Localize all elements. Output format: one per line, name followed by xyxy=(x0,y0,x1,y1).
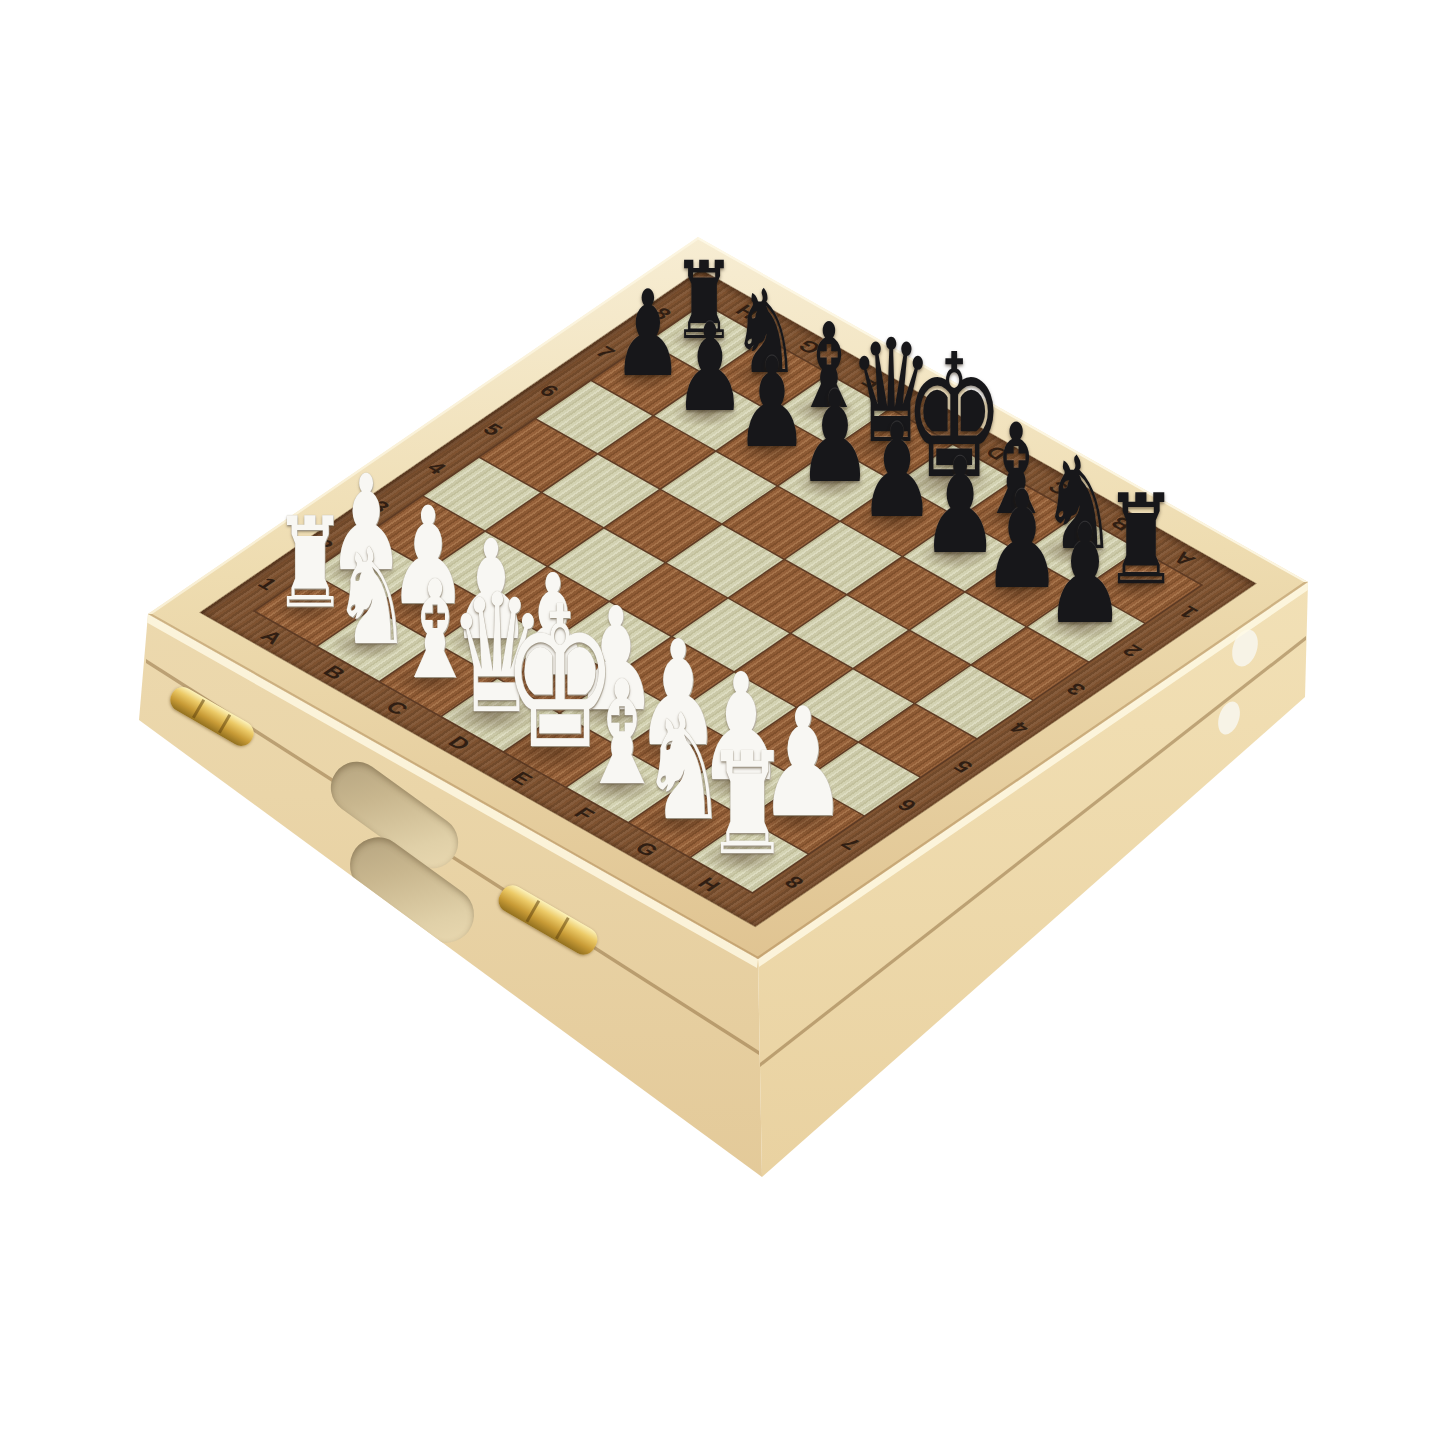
rank-label-right-2: 2 xyxy=(1117,641,1148,661)
rank-label-left-2: 2 xyxy=(308,535,339,555)
rank-label-left-7: 7 xyxy=(590,342,621,362)
brass-hinge-1 xyxy=(166,683,258,751)
file-label-top-c: C xyxy=(1042,477,1076,499)
file-label-top-h: H xyxy=(730,301,764,323)
file-label-top-b: B xyxy=(1105,513,1139,535)
file-label-bottom-h: H xyxy=(692,874,726,896)
file-label-bottom-g: G xyxy=(629,838,664,860)
rank-label-left-6: 6 xyxy=(533,381,564,401)
file-label-bottom-d: D xyxy=(442,732,476,754)
rank-label-left-4: 4 xyxy=(421,458,452,478)
rank-label-right-8: 8 xyxy=(779,872,810,892)
rank-label-left-8: 8 xyxy=(646,304,677,324)
rank-label-right-7: 7 xyxy=(835,834,866,854)
rank-label-left-1: 1 xyxy=(252,574,283,594)
file-label-bottom-f: F xyxy=(568,804,600,824)
rank-label-right-3: 3 xyxy=(1061,679,1092,699)
rank-label-left-5: 5 xyxy=(477,420,508,440)
file-label-top-a: A xyxy=(1167,548,1201,570)
rank-label-right-6: 6 xyxy=(892,795,923,815)
file-label-bottom-a: A xyxy=(255,626,289,648)
brass-hinge-2 xyxy=(494,881,602,959)
file-label-top-e: E xyxy=(918,407,951,428)
file-label-bottom-c: C xyxy=(380,697,414,719)
rank-label-right-4: 4 xyxy=(1004,718,1035,738)
file-label-bottom-e: E xyxy=(505,768,538,789)
chess-box-photo: AH81BG72CF63DE54ED45FC36GB27HA18 ♜♞♟♝♟♛♟… xyxy=(0,0,1445,1445)
rank-label-right-1: 1 xyxy=(1173,602,1204,622)
file-label-top-d: D xyxy=(980,442,1014,464)
rank-label-right-5: 5 xyxy=(948,756,979,776)
file-label-top-f: F xyxy=(856,372,888,392)
rank-label-left-3: 3 xyxy=(365,497,396,517)
file-label-bottom-b: B xyxy=(317,662,351,684)
